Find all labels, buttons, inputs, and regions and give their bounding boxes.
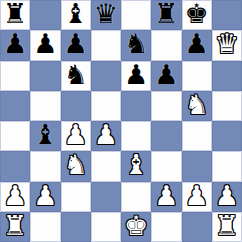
- square-f3[interactable]: [151, 151, 181, 181]
- black-bishop[interactable]: ♝: [33, 121, 57, 150]
- square-h2[interactable]: ♟: [212, 182, 242, 212]
- square-h8[interactable]: [212, 0, 242, 30]
- black-queen[interactable]: ♛: [94, 0, 118, 29]
- black-pawn[interactable]: ♟: [185, 30, 209, 59]
- square-f1[interactable]: [151, 212, 181, 242]
- square-a7[interactable]: ♟: [0, 30, 30, 60]
- square-d3[interactable]: [91, 151, 121, 181]
- square-h5[interactable]: [212, 91, 242, 121]
- square-f7[interactable]: [151, 30, 181, 60]
- square-c1[interactable]: [61, 212, 91, 242]
- square-c3[interactable]: ♞: [61, 151, 91, 181]
- square-h3[interactable]: [212, 151, 242, 181]
- square-e1[interactable]: ♚: [121, 212, 151, 242]
- white-pawn[interactable]: ♟: [94, 121, 118, 150]
- square-e6[interactable]: ♟: [121, 61, 151, 91]
- square-f4[interactable]: [151, 121, 181, 151]
- white-knight[interactable]: ♞: [185, 91, 209, 120]
- square-g4[interactable]: [182, 121, 212, 151]
- square-c2[interactable]: [61, 182, 91, 212]
- square-h7[interactable]: ♛: [212, 30, 242, 60]
- white-bishop[interactable]: ♝: [124, 151, 148, 180]
- square-g3[interactable]: [182, 151, 212, 181]
- black-knight[interactable]: ♞: [124, 30, 148, 59]
- square-h6[interactable]: [212, 61, 242, 91]
- square-b6[interactable]: [30, 61, 60, 91]
- black-king[interactable]: ♚: [185, 0, 209, 29]
- square-e3[interactable]: ♝: [121, 151, 151, 181]
- black-pawn[interactable]: ♟: [124, 61, 148, 90]
- square-a1[interactable]: ♜: [0, 212, 30, 242]
- black-bishop[interactable]: ♝: [64, 0, 88, 29]
- black-rook[interactable]: ♜: [3, 0, 27, 29]
- square-e4[interactable]: [121, 121, 151, 151]
- square-d4[interactable]: ♟: [91, 121, 121, 151]
- square-b4[interactable]: ♝: [30, 121, 60, 151]
- square-g5[interactable]: ♞: [182, 91, 212, 121]
- square-g6[interactable]: [182, 61, 212, 91]
- white-queen[interactable]: ♛: [215, 30, 239, 59]
- white-pawn[interactable]: ♟: [3, 182, 27, 211]
- white-knight[interactable]: ♞: [64, 151, 88, 180]
- black-knight[interactable]: ♞: [64, 61, 88, 90]
- white-pawn[interactable]: ♟: [185, 182, 209, 211]
- square-g7[interactable]: ♟: [182, 30, 212, 60]
- white-pawn[interactable]: ♟: [64, 121, 88, 150]
- square-a2[interactable]: ♟: [0, 182, 30, 212]
- white-king[interactable]: ♚: [124, 212, 148, 241]
- black-rook[interactable]: ♜: [154, 0, 178, 29]
- square-a6[interactable]: [0, 61, 30, 91]
- square-g2[interactable]: ♟: [182, 182, 212, 212]
- square-g8[interactable]: ♚: [182, 0, 212, 30]
- black-pawn[interactable]: ♟: [3, 30, 27, 59]
- square-a8[interactable]: ♜: [0, 0, 30, 30]
- square-a4[interactable]: [0, 121, 30, 151]
- white-rook[interactable]: ♜: [215, 212, 239, 241]
- white-pawn[interactable]: ♟: [154, 182, 178, 211]
- square-g1[interactable]: [182, 212, 212, 242]
- white-pawn[interactable]: ♟: [215, 182, 239, 211]
- square-e5[interactable]: [121, 91, 151, 121]
- black-pawn[interactable]: ♟: [64, 30, 88, 59]
- square-b3[interactable]: [30, 151, 60, 181]
- square-a5[interactable]: [0, 91, 30, 121]
- square-d6[interactable]: [91, 61, 121, 91]
- square-h1[interactable]: ♜: [212, 212, 242, 242]
- white-pawn[interactable]: ♟: [33, 182, 57, 211]
- square-c8[interactable]: ♝: [61, 0, 91, 30]
- square-f5[interactable]: [151, 91, 181, 121]
- black-pawn[interactable]: ♟: [154, 61, 178, 90]
- square-e8[interactable]: [121, 0, 151, 30]
- square-c6[interactable]: ♞: [61, 61, 91, 91]
- square-h4[interactable]: [212, 121, 242, 151]
- square-b7[interactable]: ♟: [30, 30, 60, 60]
- square-c7[interactable]: ♟: [61, 30, 91, 60]
- white-rook[interactable]: ♜: [3, 212, 27, 241]
- square-d8[interactable]: ♛: [91, 0, 121, 30]
- square-f8[interactable]: ♜: [151, 0, 181, 30]
- chess-board: ♜♝♛♜♚♟♟♟♞♟♛♞♟♟♞♝♟♟♞♝♟♟♟♟♟♜♚♜: [0, 0, 242, 242]
- square-a3[interactable]: [0, 151, 30, 181]
- square-d2[interactable]: [91, 182, 121, 212]
- square-f6[interactable]: ♟: [151, 61, 181, 91]
- square-b1[interactable]: [30, 212, 60, 242]
- square-d1[interactable]: [91, 212, 121, 242]
- square-e2[interactable]: [121, 182, 151, 212]
- square-b8[interactable]: [30, 0, 60, 30]
- square-c4[interactable]: ♟: [61, 121, 91, 151]
- black-pawn[interactable]: ♟: [33, 30, 57, 59]
- square-e7[interactable]: ♞: [121, 30, 151, 60]
- square-c5[interactable]: [61, 91, 91, 121]
- square-d7[interactable]: [91, 30, 121, 60]
- square-f2[interactable]: ♟: [151, 182, 181, 212]
- square-b5[interactable]: [30, 91, 60, 121]
- square-b2[interactable]: ♟: [30, 182, 60, 212]
- square-d5[interactable]: [91, 91, 121, 121]
